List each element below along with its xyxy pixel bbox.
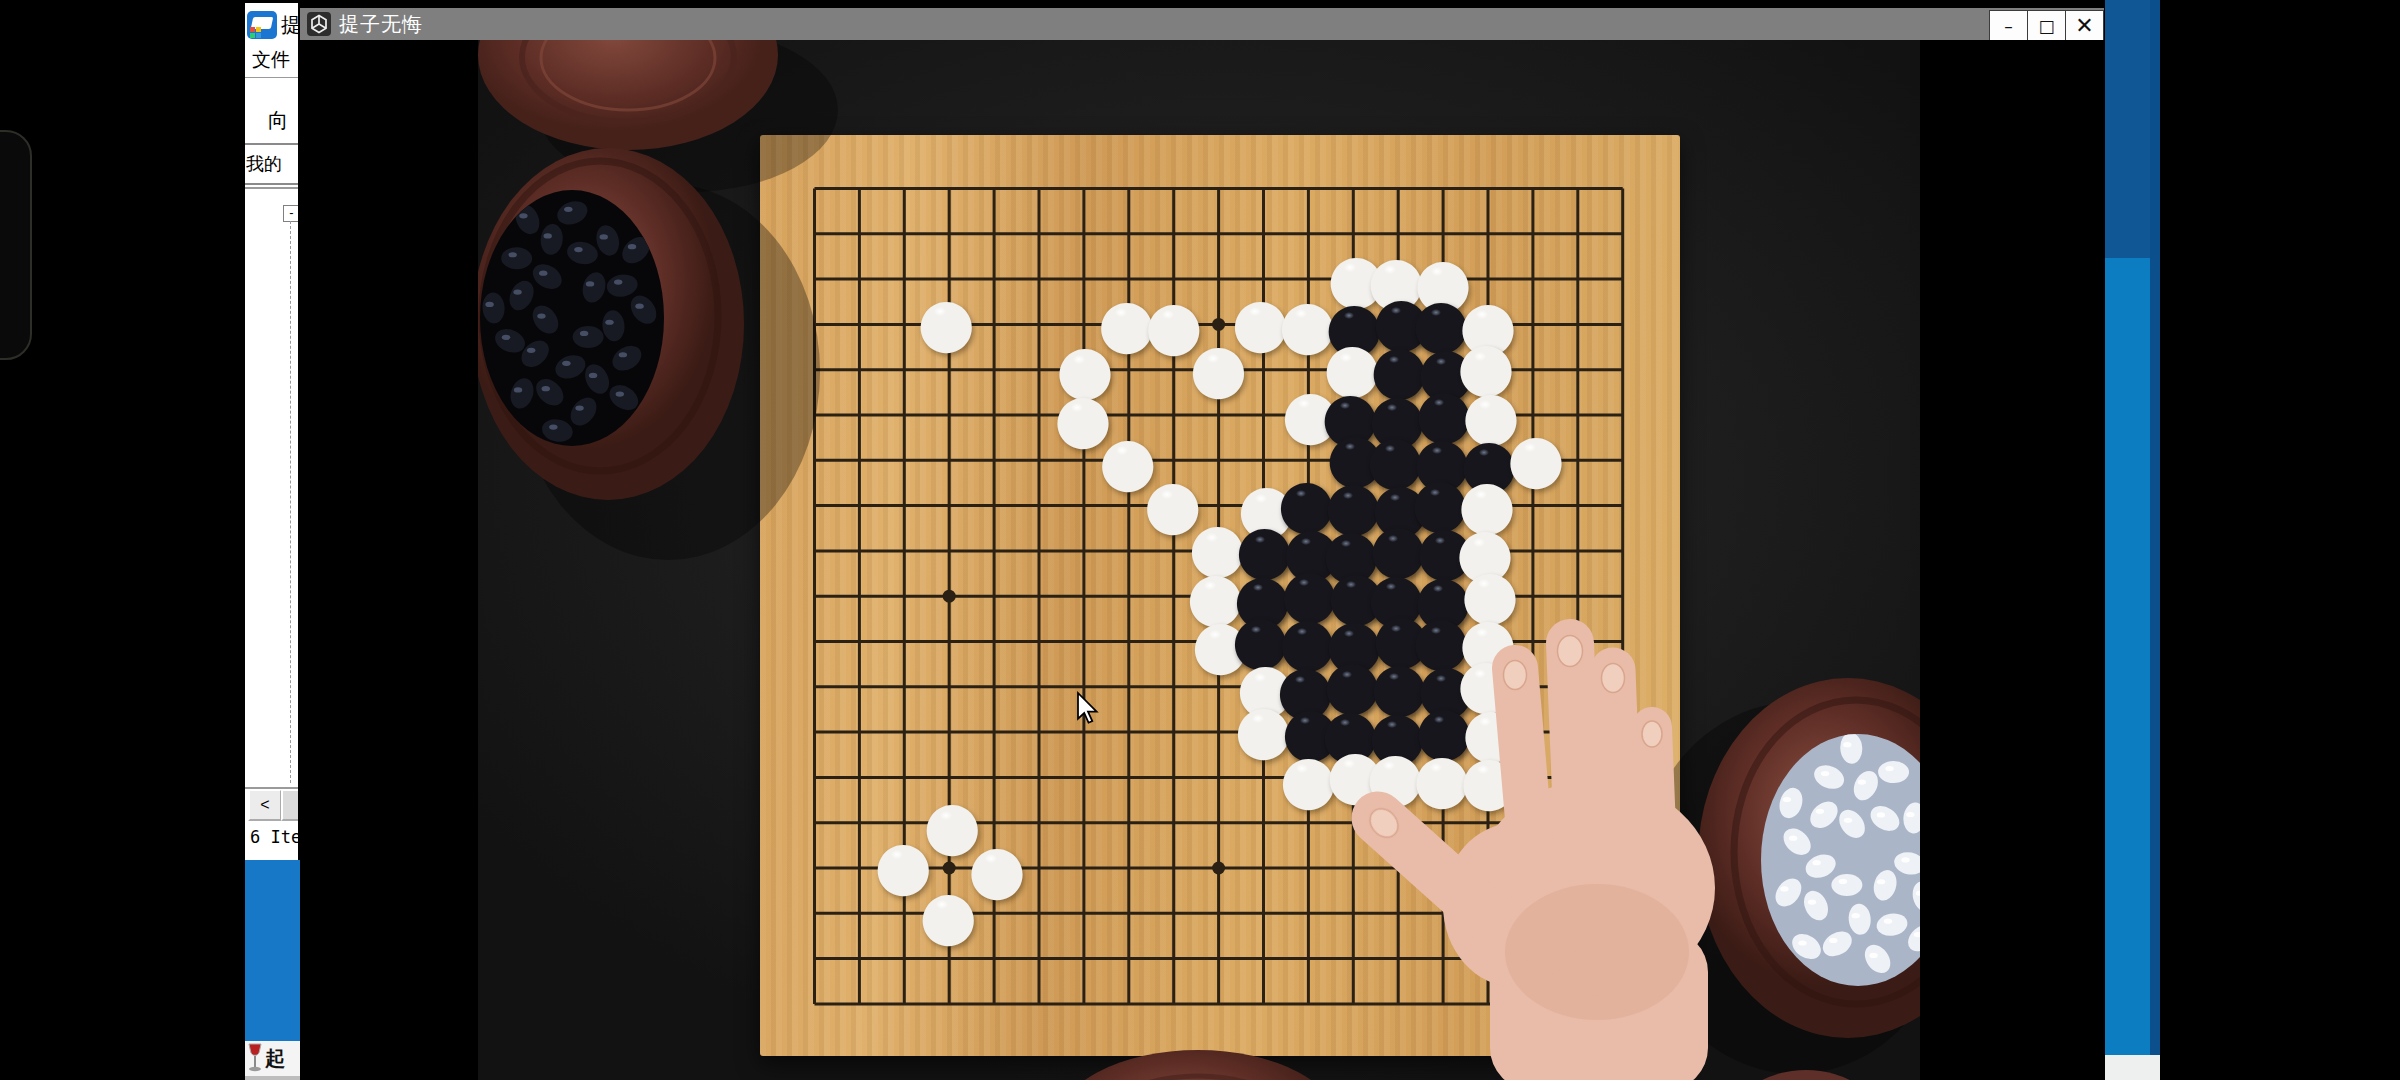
tree-expander-button[interactable]: - — [283, 205, 298, 222]
game-content: ●●●●●●●●●●●●●●●●●●●●●●●●●●●●●●●●●●●●●●●●… — [300, 40, 2104, 1080]
white-stone: ● — [1372, 753, 1418, 799]
tree-dashed-line — [290, 221, 291, 783]
white-stone: ● — [923, 299, 969, 345]
game-scene: ●●●●●●●●●●●●●●●●●●●●●●●●●●●●●●●●●●●●●●●●… — [478, 40, 1920, 1080]
black-bowl-lid — [478, 40, 778, 150]
white-stone: ● — [925, 892, 971, 938]
taskbar-bottom-strip — [245, 1076, 300, 1080]
folder-tree-panel[interactable]: - — [245, 187, 298, 789]
menu-separator — [245, 77, 298, 78]
white-stone: ● — [1196, 346, 1242, 392]
explorer-app-icon — [247, 11, 277, 39]
status-bar-text: 6 Ite — [250, 827, 298, 847]
small-lid — [1732, 1070, 1880, 1080]
address-bar[interactable]: 我的 — [245, 143, 298, 185]
wine-glass-icon[interactable] — [247, 1043, 264, 1073]
window-title: 提子无悔 — [339, 11, 423, 38]
desktop-right-edge — [2150, 0, 2160, 1055]
white-stone: ● — [1419, 755, 1465, 801]
go-board[interactable]: ●●●●●●●●●●●●●●●●●●●●●●●●●●●●●●●●●●●●●●●●… — [760, 135, 1680, 1056]
taskbar-app-label[interactable]: 起 — [265, 1045, 285, 1072]
horizontal-scrollbar[interactable]: < — [245, 789, 298, 819]
toolbar-up-label[interactable]: 向 — [268, 107, 288, 134]
taskbar-right — [2105, 1055, 2160, 1080]
unity-cube-icon — [307, 12, 331, 36]
black-stone: ● — [1462, 847, 1508, 893]
icon-square-blue — [256, 33, 261, 38]
white-stone: ● — [974, 846, 1020, 892]
explorer-title-text: 提 — [281, 12, 298, 39]
white-stone: ● — [1513, 435, 1559, 481]
scroll-left-button[interactable]: < — [248, 789, 282, 821]
menu-item-file[interactable]: 文件 — [252, 47, 290, 73]
white-stone-bowl — [1698, 678, 1920, 1038]
title-bar[interactable]: 提子无悔 – □ ✕ — [300, 8, 2104, 40]
icon-square-red — [250, 27, 255, 32]
screen: 提 文件 向 我的 - < 6 Ite 起 — [0, 0, 2400, 1080]
icon-square-yellow — [256, 27, 261, 32]
tray-white-stones — [1770, 732, 1920, 978]
white-stone: ● — [1466, 757, 1512, 803]
file-explorer-window: 提 文件 向 我的 - < 6 Ite — [245, 3, 298, 860]
black-stone-bowl — [478, 148, 744, 500]
close-button[interactable]: ✕ — [2065, 10, 2104, 42]
minimize-button[interactable]: – — [1989, 10, 2028, 42]
taskbar-left: 起 — [245, 1041, 300, 1076]
captured-black-stones — [482, 197, 662, 444]
icon-square-green — [250, 33, 255, 38]
game-window: 提子无悔 – □ ✕ ●●●●●●●●●●●●●●●●●●●●●●●●●●●●●… — [300, 8, 2104, 1080]
desktop-wallpaper-left — [245, 860, 300, 1041]
white-stone: ● — [1285, 756, 1331, 802]
background-window-ghost — [0, 130, 32, 360]
scrollbar-thumb[interactable] — [281, 789, 298, 821]
maximize-button[interactable]: □ — [2027, 10, 2066, 42]
